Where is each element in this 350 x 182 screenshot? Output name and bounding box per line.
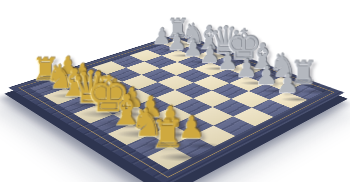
piece-cast-shadow xyxy=(277,96,318,102)
chess-board: ♜♞♝♛♚♝♞♜♟♟♟♟♟♟♟♟♟♟♟♟♟♟♟♟♜♞♝♛♚♝♞♜ xyxy=(8,33,344,182)
piece-cast-shadow xyxy=(132,140,190,150)
piece-cast-shadow xyxy=(111,129,175,139)
piece-cast-shadow xyxy=(89,118,165,130)
chess-set-photo: ♜♞♝♛♚♝♞♜♟♟♟♟♟♟♟♟♟♟♟♟♟♟♟♟♜♞♝♛♚♝♞♜ xyxy=(0,0,350,182)
piece-cast-shadow xyxy=(154,152,213,162)
